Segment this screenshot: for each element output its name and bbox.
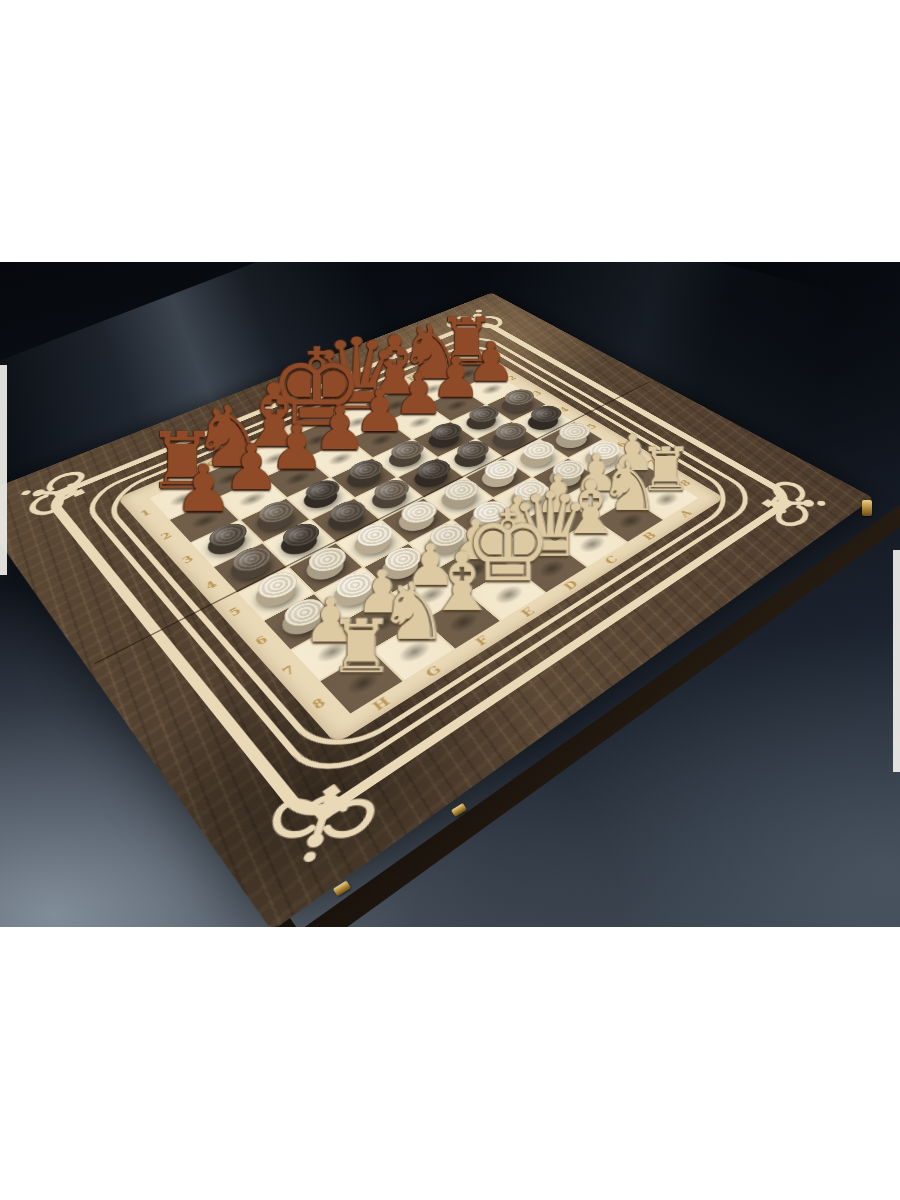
photo-edge-right — [893, 550, 900, 772]
piece-brown-pawn[interactable]: ♟ — [269, 419, 324, 477]
checker-dark[interactable] — [425, 420, 468, 444]
square-a5[interactable] — [541, 422, 602, 457]
checker-dark[interactable] — [324, 497, 372, 527]
piece-brown-queen[interactable]: ♛ — [313, 328, 401, 421]
square-c3[interactable] — [413, 422, 474, 457]
checker-dark[interactable] — [343, 456, 388, 483]
square-e1[interactable]: ♚ — [286, 422, 347, 457]
square-a4[interactable] — [513, 405, 573, 438]
rank-label: 4 — [544, 398, 586, 422]
file-label: C — [353, 382, 400, 405]
square-a1[interactable]: ♜ — [439, 359, 495, 388]
checker-dark[interactable] — [411, 456, 456, 483]
piece-wrapper: ♛ — [327, 405, 387, 438]
square-b1[interactable]: ♞ — [403, 374, 460, 404]
file-label: D — [314, 398, 362, 422]
square-b4[interactable] — [477, 422, 538, 457]
square-c2[interactable]: ♟ — [389, 405, 449, 438]
piece-shadow — [436, 395, 477, 417]
piece-wrapper — [541, 422, 602, 457]
canvas-margin-top — [0, 0, 900, 262]
piece-brown-pawn[interactable]: ♟ — [466, 337, 515, 388]
product-photo-page: 12345678 12345678 HGFEDCBA HGFEDCBA ♜♞♝♚… — [0, 0, 900, 1200]
piece-shadow — [252, 446, 298, 471]
file-label: A — [425, 353, 469, 374]
rank-label: 2 — [493, 367, 532, 389]
piece-brown-pawn[interactable]: ♟ — [431, 352, 481, 405]
square-b3[interactable] — [451, 405, 511, 438]
brass-clasp — [862, 500, 872, 516]
checker-dark[interactable] — [385, 437, 429, 463]
piece-wrapper: ♟ — [462, 374, 519, 404]
piece-brown-rook[interactable]: ♜ — [437, 311, 496, 373]
file-label: B — [390, 367, 435, 389]
square-d1[interactable]: ♛ — [327, 405, 387, 438]
piece-brown-pawn[interactable]: ♟ — [175, 458, 233, 520]
square-e2[interactable]: ♟ — [308, 440, 371, 477]
piece-wrapper — [451, 405, 511, 438]
piece-wrapper — [373, 440, 436, 477]
piece-shadow — [295, 428, 339, 452]
checker-dark[interactable] — [463, 403, 505, 426]
file-label: E — [273, 414, 323, 439]
square-c1[interactable]: ♝ — [366, 389, 424, 421]
piece-wrapper — [487, 389, 545, 421]
file-label: F — [231, 432, 283, 458]
corner-ornament-icon — [233, 784, 400, 874]
checker-dark[interactable] — [499, 386, 540, 408]
piece-wrapper — [413, 422, 474, 457]
square-c4[interactable] — [439, 440, 502, 477]
corner-ornament-icon — [433, 306, 516, 332]
piece-wrapper: ♝ — [366, 389, 424, 421]
piece-brown-king[interactable]: ♚ — [268, 337, 364, 439]
corner-ornament-icon — [759, 474, 840, 534]
piece-shadow — [412, 379, 453, 400]
canvas-margin-bottom — [0, 927, 900, 1200]
piece-wrapper: ♟ — [427, 389, 485, 421]
piece-brown-knight[interactable]: ♞ — [398, 317, 465, 388]
square-a3[interactable] — [487, 389, 545, 421]
piece-shadow — [318, 446, 363, 471]
rank-label: 8 — [662, 469, 710, 498]
rank-label: 1 — [469, 353, 507, 374]
piece-shadow — [399, 411, 442, 434]
checker-dark[interactable] — [299, 476, 346, 504]
piece-shadow — [472, 379, 512, 400]
piece-brown-pawn[interactable]: ♟ — [313, 401, 367, 458]
rank-label: 3 — [518, 382, 559, 405]
piece-wrapper: ♟ — [350, 422, 411, 457]
piece-wrapper — [477, 422, 538, 457]
square-a2[interactable]: ♟ — [462, 374, 519, 404]
piece-wrapper: ♜ — [439, 359, 495, 388]
piece-wrapper: ♞ — [403, 374, 460, 404]
checker-light[interactable] — [517, 437, 561, 463]
checker-dark[interactable] — [525, 403, 567, 426]
piece-cream-rook[interactable]: ♜ — [328, 611, 394, 681]
photo-edge-left — [0, 365, 7, 575]
square-f1[interactable]: ♝ — [243, 440, 306, 477]
piece-brown-pawn[interactable]: ♟ — [354, 384, 406, 439]
piece-shadow — [375, 395, 417, 417]
piece-shadow — [359, 428, 403, 452]
piece-wrapper: ♟ — [308, 440, 371, 477]
piece-brown-bishop[interactable]: ♝ — [359, 328, 432, 405]
square-d3[interactable] — [373, 440, 436, 477]
square-b2[interactable]: ♟ — [427, 389, 485, 421]
piece-wrapper — [439, 440, 502, 477]
piece-shadow — [336, 411, 379, 434]
rank-label: 5 — [571, 414, 614, 439]
piece-wrapper — [513, 405, 573, 438]
checker-dark[interactable] — [451, 437, 495, 463]
piece-wrapper: ♚ — [286, 422, 347, 457]
square-d2[interactable]: ♟ — [350, 422, 411, 457]
piece-brown-bishop[interactable]: ♝ — [235, 375, 313, 458]
checker-light[interactable] — [553, 420, 596, 444]
piece-brown-pawn[interactable]: ♟ — [393, 367, 444, 421]
piece-shadow — [448, 364, 487, 384]
piece-wrapper: ♟ — [389, 405, 449, 438]
piece-wrapper: ♝ — [243, 440, 306, 477]
checker-dark[interactable] — [489, 420, 532, 444]
